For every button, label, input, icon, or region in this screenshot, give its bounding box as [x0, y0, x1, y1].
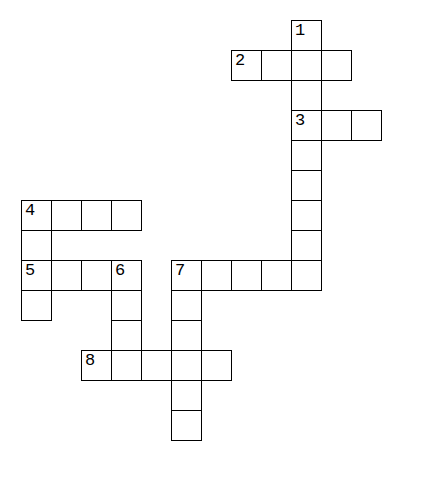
cell-r5-c9[interactable] [291, 170, 322, 201]
cell-r11-c5[interactable] [171, 350, 202, 381]
cell-r8-c5[interactable]: 7 [171, 260, 202, 291]
cell-r3-c9[interactable]: 3 [291, 110, 322, 141]
cell-r11-c4[interactable] [141, 350, 172, 381]
cell-r10-c5[interactable] [171, 320, 202, 351]
cell-r3-c11[interactable] [351, 110, 382, 141]
cell-r8-c0[interactable]: 5 [21, 260, 52, 291]
cell-r6-c0[interactable]: 4 [21, 200, 52, 231]
cell-r6-c2[interactable] [81, 200, 112, 231]
cell-r8-c1[interactable] [51, 260, 82, 291]
clue-number-5: 5 [25, 262, 35, 279]
cell-r10-c3[interactable] [111, 320, 142, 351]
clue-number-2: 2 [235, 52, 245, 69]
cell-r8-c3[interactable]: 6 [111, 260, 142, 291]
cell-r7-c9[interactable] [291, 230, 322, 261]
cell-r1-c8[interactable] [261, 50, 292, 81]
cell-r7-c0[interactable] [21, 230, 52, 261]
cell-r1-c7[interactable]: 2 [231, 50, 262, 81]
cell-r6-c3[interactable] [111, 200, 142, 231]
cell-r11-c3[interactable] [111, 350, 142, 381]
cell-r1-c10[interactable] [321, 50, 352, 81]
cell-r1-c9[interactable] [291, 50, 322, 81]
cell-r12-c5[interactable] [171, 380, 202, 411]
cell-r6-c1[interactable] [51, 200, 82, 231]
crossword-board: 12345678 [0, 0, 430, 490]
cell-r9-c5[interactable] [171, 290, 202, 321]
cell-r4-c9[interactable] [291, 140, 322, 171]
cell-r8-c8[interactable] [261, 260, 292, 291]
clue-number-7: 7 [175, 262, 185, 279]
clue-number-6: 6 [115, 262, 125, 279]
clue-number-8: 8 [85, 352, 95, 369]
cell-r2-c9[interactable] [291, 80, 322, 111]
cell-r9-c3[interactable] [111, 290, 142, 321]
cell-r11-c6[interactable] [201, 350, 232, 381]
cell-r0-c9[interactable]: 1 [291, 20, 322, 51]
cell-r3-c10[interactable] [321, 110, 352, 141]
cell-r8-c2[interactable] [81, 260, 112, 291]
cell-r9-c0[interactable] [21, 290, 52, 321]
cell-r13-c5[interactable] [171, 410, 202, 441]
cell-r8-c9[interactable] [291, 260, 322, 291]
cell-r8-c6[interactable] [201, 260, 232, 291]
clue-number-4: 4 [25, 202, 35, 219]
cell-r11-c2[interactable]: 8 [81, 350, 112, 381]
cell-r8-c7[interactable] [231, 260, 262, 291]
cell-r6-c9[interactable] [291, 200, 322, 231]
clue-number-1: 1 [295, 22, 305, 39]
clue-number-3: 3 [295, 112, 305, 129]
